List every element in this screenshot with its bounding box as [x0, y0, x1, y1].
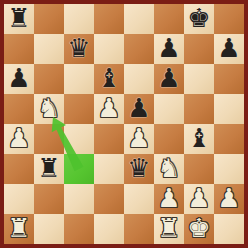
square-f5[interactable]	[154, 94, 184, 124]
piece-white-pawn[interactable]: ♟	[217, 183, 240, 213]
square-h2[interactable]: ♟	[214, 184, 244, 214]
piece-black-rook[interactable]: ♜	[37, 153, 60, 183]
square-g5[interactable]	[184, 94, 214, 124]
piece-black-queen[interactable]: ♛	[127, 153, 150, 183]
square-h1[interactable]	[214, 214, 244, 244]
square-c5[interactable]	[64, 94, 94, 124]
square-b8[interactable]	[34, 4, 64, 34]
square-g1[interactable]: ♚	[184, 214, 214, 244]
piece-white-rook[interactable]: ♜	[7, 213, 30, 243]
square-b2[interactable]	[34, 184, 64, 214]
piece-black-queen[interactable]: ♛	[67, 33, 90, 63]
square-d3[interactable]	[94, 154, 124, 184]
square-c3[interactable]	[64, 154, 94, 184]
piece-black-pawn[interactable]: ♟	[217, 33, 240, 63]
square-e2[interactable]	[124, 184, 154, 214]
square-f6[interactable]: ♟	[154, 64, 184, 94]
piece-black-rook[interactable]: ♜	[7, 3, 30, 33]
piece-black-pawn[interactable]: ♟	[127, 93, 150, 123]
square-c4[interactable]	[64, 124, 94, 154]
square-e5[interactable]: ♟	[124, 94, 154, 124]
square-e4[interactable]: ♟	[124, 124, 154, 154]
square-e7[interactable]	[124, 34, 154, 64]
square-b4[interactable]	[34, 124, 64, 154]
square-a8[interactable]: ♜	[4, 4, 34, 34]
square-f2[interactable]: ♟	[154, 184, 184, 214]
piece-black-pawn[interactable]: ♟	[7, 63, 30, 93]
square-b5[interactable]: ♞	[34, 94, 64, 124]
square-h8[interactable]	[214, 4, 244, 34]
square-a2[interactable]	[4, 184, 34, 214]
square-d2[interactable]	[94, 184, 124, 214]
chess-board-frame: ♜♚♛♟♟♟♝♟♞♟♟♟♟♝♜♛♞♟♟♟♜♜♚	[0, 0, 248, 248]
square-g7[interactable]	[184, 34, 214, 64]
piece-black-bishop[interactable]: ♝	[187, 123, 210, 153]
square-a1[interactable]: ♜	[4, 214, 34, 244]
piece-white-king[interactable]: ♚	[187, 213, 210, 243]
piece-black-king[interactable]: ♚	[187, 3, 210, 33]
square-h6[interactable]	[214, 64, 244, 94]
piece-white-rook[interactable]: ♜	[157, 213, 180, 243]
square-g4[interactable]: ♝	[184, 124, 214, 154]
square-g8[interactable]: ♚	[184, 4, 214, 34]
square-b1[interactable]	[34, 214, 64, 244]
piece-white-pawn[interactable]: ♟	[97, 93, 120, 123]
square-b7[interactable]	[34, 34, 64, 64]
square-e8[interactable]	[124, 4, 154, 34]
square-d7[interactable]	[94, 34, 124, 64]
square-g2[interactable]: ♟	[184, 184, 214, 214]
piece-white-pawn[interactable]: ♟	[7, 123, 30, 153]
square-h7[interactable]: ♟	[214, 34, 244, 64]
square-f8[interactable]	[154, 4, 184, 34]
square-c8[interactable]	[64, 4, 94, 34]
square-f1[interactable]: ♜	[154, 214, 184, 244]
square-d6[interactable]: ♝	[94, 64, 124, 94]
square-h3[interactable]	[214, 154, 244, 184]
piece-black-pawn[interactable]: ♟	[157, 33, 180, 63]
square-g3[interactable]	[184, 154, 214, 184]
square-b3[interactable]: ♜	[34, 154, 64, 184]
square-c2[interactable]	[64, 184, 94, 214]
piece-black-pawn[interactable]: ♟	[157, 63, 180, 93]
piece-white-pawn[interactable]: ♟	[187, 183, 210, 213]
square-e3[interactable]: ♛	[124, 154, 154, 184]
square-f4[interactable]	[154, 124, 184, 154]
square-f3[interactable]: ♞	[154, 154, 184, 184]
square-e6[interactable]	[124, 64, 154, 94]
square-h4[interactable]	[214, 124, 244, 154]
square-d4[interactable]	[94, 124, 124, 154]
piece-white-knight[interactable]: ♞	[157, 153, 180, 183]
square-c6[interactable]	[64, 64, 94, 94]
square-d5[interactable]: ♟	[94, 94, 124, 124]
piece-white-pawn[interactable]: ♟	[157, 183, 180, 213]
chess-board[interactable]: ♜♚♛♟♟♟♝♟♞♟♟♟♟♝♜♛♞♟♟♟♜♜♚	[4, 4, 244, 244]
piece-white-knight[interactable]: ♞	[37, 93, 60, 123]
square-c1[interactable]	[64, 214, 94, 244]
square-g6[interactable]	[184, 64, 214, 94]
piece-white-pawn[interactable]: ♟	[127, 123, 150, 153]
piece-black-bishop[interactable]: ♝	[97, 63, 120, 93]
square-a5[interactable]	[4, 94, 34, 124]
square-h5[interactable]	[214, 94, 244, 124]
square-a3[interactable]	[4, 154, 34, 184]
square-b6[interactable]	[34, 64, 64, 94]
square-d8[interactable]	[94, 4, 124, 34]
square-e1[interactable]	[124, 214, 154, 244]
square-d1[interactable]	[94, 214, 124, 244]
square-a6[interactable]: ♟	[4, 64, 34, 94]
square-c7[interactable]: ♛	[64, 34, 94, 64]
square-a4[interactable]: ♟	[4, 124, 34, 154]
square-f7[interactable]: ♟	[154, 34, 184, 64]
square-a7[interactable]	[4, 34, 34, 64]
